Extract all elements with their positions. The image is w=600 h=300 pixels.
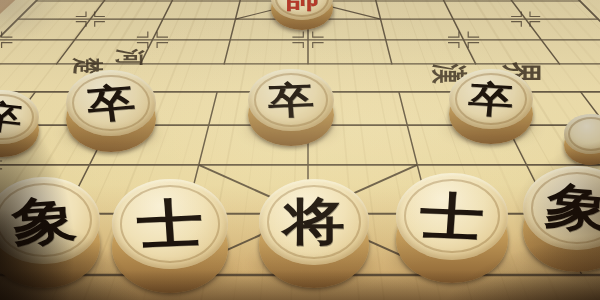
pieces-layer: 帥卒卒卒卒象士将士象 <box>0 0 600 300</box>
piece-engraved-ring <box>568 117 600 151</box>
piece-black-elephant-file3[interactable]: 象 <box>0 177 100 288</box>
piece-top-face: 象 <box>523 166 600 250</box>
piece-character: 士 <box>394 179 510 253</box>
piece-character: 卒 <box>246 73 335 126</box>
piece-character: 象 <box>0 181 104 258</box>
piece-top-face: 士 <box>112 179 228 269</box>
piece-black-pawn-file9[interactable] <box>564 114 600 165</box>
piece-black-pawn-file5[interactable]: 卒 <box>248 69 334 146</box>
piece-character: 卒 <box>0 91 42 142</box>
piece-top-face: 象 <box>0 177 100 264</box>
piece-top-face: 卒 <box>0 90 39 144</box>
piece-black-advisor-file6[interactable]: 士 <box>396 173 508 283</box>
piece-character: 卒 <box>63 73 159 133</box>
piece-character: 将 <box>259 187 369 258</box>
piece-character: 象 <box>519 170 600 246</box>
piece-top-face: 卒 <box>248 69 334 131</box>
piece-top-face: 卒 <box>449 69 533 129</box>
piece-black-pawn-file3[interactable]: 卒 <box>66 70 156 152</box>
piece-red-general-file5[interactable]: 帥 <box>271 0 333 30</box>
piece-character: 卒 <box>447 73 535 126</box>
piece-character: 帥 <box>271 0 333 14</box>
piece-top-face: 士 <box>396 173 508 260</box>
piece-top-face: 将 <box>259 179 369 265</box>
piece-black-pawn-file1[interactable]: 卒 <box>0 90 39 157</box>
piece-character: 士 <box>110 186 231 263</box>
piece-black-elephant-file7[interactable]: 象 <box>523 166 600 272</box>
piece-black-pawn-file7[interactable]: 卒 <box>449 69 533 144</box>
xiangqi-photo-scene: 楚河漢界 帥卒卒卒卒象士将士象 <box>0 0 600 300</box>
piece-black-advisor-file4[interactable]: 士 <box>112 179 228 293</box>
piece-top-face: 卒 <box>66 70 156 136</box>
piece-black-general-file5[interactable]: 将 <box>259 179 369 288</box>
